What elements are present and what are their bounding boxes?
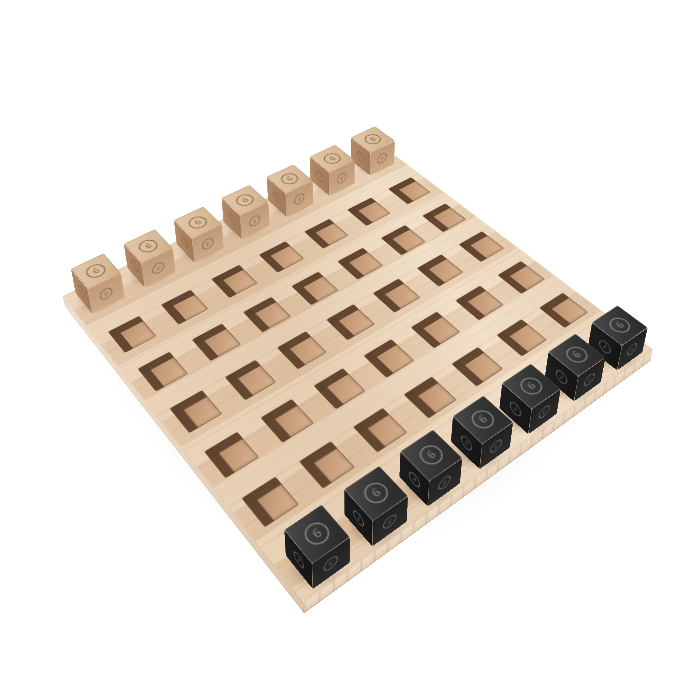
board-hole-r2c2[interactable] [160, 290, 208, 325]
engraved-numeral-6: 6 [135, 238, 161, 256]
light-die-c1[interactable]: 246 [75, 278, 124, 314]
board-hole-r3c4[interactable] [291, 272, 338, 306]
engraved-numeral-6: 6 [516, 375, 545, 398]
light-die-c3[interactable]: 246 [176, 230, 223, 263]
board-hole-r2c6[interactable] [347, 197, 391, 226]
board-hole-r6c1[interactable] [241, 476, 299, 527]
light-die-c4[interactable]: 246 [223, 209, 269, 240]
light-die-c7[interactable]: 246 [350, 149, 394, 176]
engraved-numeral-2: 2 [460, 433, 472, 454]
engraved-numeral-5: 5 [323, 553, 339, 573]
engraved-numeral-5: 5 [490, 437, 502, 456]
board-hole-r6c3[interactable] [352, 408, 407, 453]
engraved-numeral-6: 6 [606, 315, 633, 336]
board-hole-r4c1[interactable] [169, 390, 222, 433]
engraved-numeral-4: 4 [98, 285, 114, 302]
light-die-c6[interactable]: 246 [310, 168, 354, 196]
board-hole-r2c5[interactable] [304, 219, 349, 249]
board-hole-r6c5[interactable] [451, 347, 503, 387]
game-board: 2462462462462462462462562562562562562562… [63, 144, 653, 602]
engraved-numeral-5: 5 [438, 473, 451, 492]
engraved-numeral-6: 6 [562, 344, 590, 366]
board-hole-r2c7[interactable] [388, 177, 431, 204]
product-photo-scene: 2462462462462462462462562562562562562562… [0, 0, 700, 700]
light-die-c2[interactable]: 246 [127, 253, 175, 287]
board-hole-r5c6[interactable] [455, 285, 504, 320]
board-hole-r3c7[interactable] [422, 203, 466, 232]
board-hole-r3c2[interactable] [191, 323, 241, 361]
engraved-numeral-6: 6 [467, 407, 497, 432]
board-hole-r5c5[interactable] [410, 311, 460, 348]
engraved-numeral-6: 6 [299, 519, 333, 549]
board-hole-r5c4[interactable] [363, 339, 414, 378]
engraved-numeral-5: 5 [584, 371, 595, 389]
board-hole-r5c2[interactable] [260, 399, 314, 443]
engraved-numeral-2: 2 [315, 169, 322, 185]
engraved-numeral-4: 4 [151, 260, 166, 276]
engraved-numeral-2: 2 [227, 211, 235, 227]
engraved-numeral-4: 4 [248, 213, 261, 228]
light-die-c5[interactable]: 246 [268, 188, 313, 218]
engraved-numeral-4: 4 [201, 236, 215, 252]
board-hole-r5c1[interactable] [203, 432, 258, 479]
board-hole-r6c6[interactable] [496, 319, 547, 356]
board-hole-r3c1[interactable] [137, 352, 188, 392]
engraved-numeral-6: 6 [82, 262, 109, 280]
engraved-numeral-6: 6 [415, 442, 446, 469]
engraved-numeral-2: 2 [272, 189, 280, 205]
engraved-numeral-2: 2 [509, 399, 521, 419]
engraved-numeral-2: 2 [180, 233, 188, 250]
engraved-numeral-2: 2 [408, 469, 419, 491]
board-hole-r2c3[interactable] [211, 265, 258, 298]
board-hole-r4c7[interactable] [458, 231, 504, 262]
board-hole-r3c3[interactable] [242, 297, 290, 333]
board-hole-r3c5[interactable] [337, 248, 383, 280]
board-hole-r2c4[interactable] [258, 241, 304, 273]
board-grid: 2462462462462462462462562562562562562562… [63, 144, 653, 602]
engraved-numeral-6: 6 [277, 172, 301, 187]
board-hole-r4c5[interactable] [372, 278, 420, 312]
engraved-numeral-2: 2 [356, 149, 363, 164]
board-hole-r5c7[interactable] [497, 261, 545, 294]
board-hole-r6c4[interactable] [403, 376, 456, 418]
engraved-numeral-2: 2 [554, 367, 567, 387]
board-hole-r3c6[interactable] [380, 225, 425, 255]
engraved-numeral-4: 4 [336, 171, 347, 186]
engraved-numeral-5: 5 [382, 512, 397, 532]
board-hole-r4c6[interactable] [416, 254, 463, 287]
engraved-numeral-6: 6 [232, 192, 257, 208]
engraved-numeral-6: 6 [185, 214, 210, 231]
board-hole-r4c3[interactable] [276, 331, 326, 369]
engraved-numeral-6: 6 [359, 479, 392, 507]
board-hole-r4c4[interactable] [325, 304, 374, 340]
engraved-numeral-5: 5 [627, 341, 638, 358]
board-hole-r6c2[interactable] [298, 441, 354, 489]
board-hole-r6c7[interactable] [538, 293, 587, 328]
engraved-numeral-6: 6 [361, 133, 384, 147]
board-hole-r2c1[interactable] [107, 316, 156, 353]
engraved-numeral-4: 4 [293, 191, 305, 206]
engraved-numeral-4: 4 [377, 151, 387, 165]
engraved-numeral-6: 6 [320, 152, 343, 166]
engraved-numeral-5: 5 [539, 403, 550, 421]
board-hole-r4c2[interactable] [224, 360, 276, 401]
board-hole-r5c3[interactable] [313, 368, 365, 409]
